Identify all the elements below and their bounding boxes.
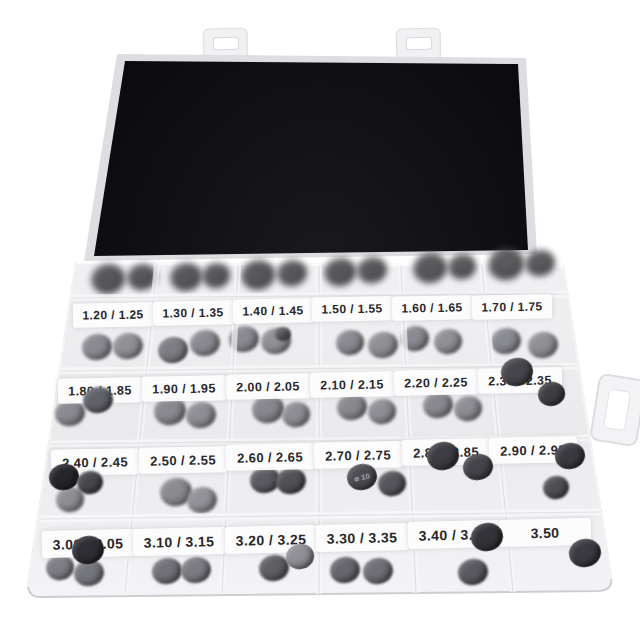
compartment-label: 1.50 / 1.55 — [312, 296, 392, 321]
compartment-label: 1.40 / 1.45 — [233, 298, 313, 323]
compartment-label: 1.90 / 1.95 — [142, 375, 226, 402]
compartment-label: 1.20 / 1.25 — [73, 302, 153, 327]
compartment-label: 1.60 / 1.65 — [392, 295, 472, 320]
compartment-label: 2.60 / 2.65 — [226, 443, 315, 471]
compartment-label: 2.20 / 2.25 — [394, 369, 478, 396]
compartment-label: 1.30 / 1.35 — [153, 300, 233, 325]
product-photo: ø 10 1.20 / 1.25 1.30 / 1.35 1.40 / 1.45… — [0, 0, 640, 640]
compartment-label: 2.00 / 2.05 — [226, 373, 310, 400]
compartment-label: 2.10 / 2.15 — [310, 371, 394, 398]
compartment-label: 3.30 / 3.35 — [316, 523, 409, 552]
compartment-label: 3.10 / 3.15 — [133, 527, 226, 556]
compartment-label: 1.70 / 1.75 — [472, 294, 552, 319]
compartment-label: 2.50 / 2.55 — [139, 446, 228, 474]
